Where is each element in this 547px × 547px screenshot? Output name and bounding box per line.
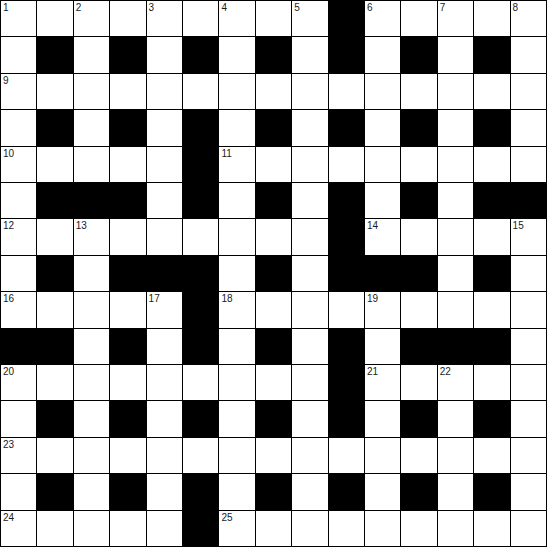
cell-2-11[interactable] [401,74,436,109]
cell-4-5-blocked [183,147,218,182]
cell-10-7[interactable] [256,365,291,400]
clue-number: 19 [367,293,378,304]
cell-1-1-blocked [37,37,72,72]
cell-1-9-blocked [329,37,364,72]
cell-1-4[interactable] [147,37,182,72]
cell-13-4[interactable] [147,474,182,509]
cell-9-8[interactable] [292,329,327,364]
clue-number: 25 [221,512,232,523]
cell-1-11-blocked [401,37,436,72]
cell-11-8[interactable] [292,401,327,436]
cell-13-0[interactable] [1,474,36,509]
clue-number: 12 [3,220,14,231]
cell-4-10[interactable] [365,147,400,182]
cell-5-10[interactable] [365,183,400,218]
cell-4-8[interactable] [292,147,327,182]
cell-0-14[interactable]: 8 [511,1,546,36]
cell-7-0[interactable] [1,256,36,291]
cell-11-7-blocked [256,401,291,436]
cell-2-14[interactable] [511,74,546,109]
cell-10-5[interactable] [183,365,218,400]
cell-10-3[interactable] [110,365,145,400]
cell-12-7[interactable] [256,438,291,473]
cell-9-4[interactable] [147,329,182,364]
cell-4-9[interactable] [329,147,364,182]
cell-14-14[interactable] [511,511,546,546]
cell-13-1-blocked [37,474,72,509]
cell-12-8[interactable] [292,438,327,473]
cell-7-8[interactable] [292,256,327,291]
cell-11-3-blocked [110,401,145,436]
cell-8-4[interactable]: 17 [147,292,182,327]
clue-number: 17 [149,293,160,304]
cell-11-10[interactable] [365,401,400,436]
cell-2-3[interactable] [110,74,145,109]
cell-8-11[interactable] [401,292,436,327]
cell-7-2[interactable] [74,256,109,291]
cell-14-12[interactable] [438,511,473,546]
cell-4-12[interactable] [438,147,473,182]
cell-8-14[interactable] [511,292,546,327]
cell-1-2[interactable] [74,37,109,72]
cell-10-9-blocked [329,365,364,400]
cell-9-5-blocked [183,329,218,364]
cell-10-6[interactable] [219,365,254,400]
cell-2-2[interactable] [74,74,109,109]
clue-number: 9 [3,75,9,86]
cell-12-0[interactable]: 23 [1,438,36,473]
cell-14-5-blocked [183,511,218,546]
cell-12-11[interactable] [401,438,436,473]
cell-9-2[interactable] [74,329,109,364]
cell-6-3[interactable] [110,219,145,254]
clue-number: 13 [76,220,87,231]
cell-10-8[interactable] [292,365,327,400]
cell-14-6[interactable]: 25 [219,511,254,546]
cell-13-5-blocked [183,474,218,509]
cell-11-4[interactable] [147,401,182,436]
cell-14-1[interactable] [37,511,72,546]
cell-8-1[interactable] [37,292,72,327]
cell-5-7-blocked [256,183,291,218]
cell-9-1-blocked [37,329,72,364]
cell-12-14[interactable] [511,438,546,473]
cell-8-8[interactable] [292,292,327,327]
cell-1-3-blocked [110,37,145,72]
clue-number: 3 [149,2,155,13]
cell-0-2[interactable]: 2 [74,1,109,36]
cell-2-8[interactable] [292,74,327,109]
cell-3-3-blocked [110,110,145,145]
cell-0-10[interactable]: 6 [365,1,400,36]
cell-0-7[interactable] [256,1,291,36]
cell-6-7[interactable] [256,219,291,254]
cell-8-3[interactable] [110,292,145,327]
cell-1-5-blocked [183,37,218,72]
cell-2-1[interactable] [37,74,72,109]
cell-11-2[interactable] [74,401,109,436]
cell-3-12[interactable] [438,110,473,145]
cell-2-6[interactable] [219,74,254,109]
cell-8-9[interactable] [329,292,364,327]
cell-14-13[interactable] [474,511,509,546]
cell-11-11-blocked [401,401,436,436]
cell-12-13[interactable] [474,438,509,473]
cell-0-13[interactable] [474,1,509,36]
cell-7-14[interactable] [511,256,546,291]
clue-number: 14 [367,220,378,231]
cell-11-5-blocked [183,401,218,436]
cell-7-10-blocked [365,256,400,291]
cell-10-4[interactable] [147,365,182,400]
clue-number: 5 [294,2,300,13]
cell-1-6[interactable] [219,37,254,72]
cell-3-4[interactable] [147,110,182,145]
cell-12-6[interactable] [219,438,254,473]
cell-6-2[interactable]: 13 [74,219,109,254]
cell-10-1[interactable] [37,365,72,400]
cell-5-11-blocked [401,183,436,218]
cell-9-9-blocked [329,329,364,364]
cell-9-3-blocked [110,329,145,364]
cell-6-5[interactable] [183,219,218,254]
cell-12-2[interactable] [74,438,109,473]
cell-5-5-blocked [183,183,218,218]
cell-0-4[interactable]: 3 [147,1,182,36]
cell-12-3[interactable] [110,438,145,473]
cell-2-13[interactable] [474,74,509,109]
cell-3-6[interactable] [219,110,254,145]
cell-5-0[interactable] [1,183,36,218]
cell-5-13-blocked [474,183,509,218]
cell-6-14[interactable]: 15 [511,219,546,254]
cell-6-1[interactable] [37,219,72,254]
cell-3-0[interactable] [1,110,36,145]
cell-5-6[interactable] [219,183,254,218]
cell-3-10[interactable] [365,110,400,145]
cell-10-2[interactable] [74,365,109,400]
cell-2-4[interactable] [147,74,182,109]
cell-14-11[interactable] [401,511,436,546]
cell-0-3[interactable] [110,1,145,36]
cell-6-6[interactable] [219,219,254,254]
cell-4-0[interactable]: 10 [1,147,36,182]
cell-5-9-blocked [329,183,364,218]
cell-8-7[interactable] [256,292,291,327]
cell-6-10[interactable]: 14 [365,219,400,254]
clue-number: 20 [3,366,14,377]
cell-3-5-blocked [183,110,218,145]
clue-number: 2 [76,2,82,13]
cell-10-12[interactable]: 22 [438,365,473,400]
cell-12-4[interactable] [147,438,182,473]
cell-3-8[interactable] [292,110,327,145]
cell-6-9-blocked [329,219,364,254]
cell-12-5[interactable] [183,438,218,473]
cell-4-7[interactable] [256,147,291,182]
cell-9-14[interactable] [511,329,546,364]
cell-11-6[interactable] [219,401,254,436]
cell-5-3-blocked [110,183,145,218]
cell-11-1-blocked [37,401,72,436]
cell-0-9-blocked [329,1,364,36]
cell-0-8[interactable]: 5 [292,1,327,36]
cell-14-3[interactable] [110,511,145,546]
cell-14-9[interactable] [329,511,364,546]
crossword-grid: 1234567891011121314151617181920212223242… [0,0,547,547]
clue-number: 22 [440,366,451,377]
cell-0-11[interactable] [401,1,436,36]
cell-14-8[interactable] [292,511,327,546]
cell-8-13[interactable] [474,292,509,327]
cell-9-10[interactable] [365,329,400,364]
cell-2-7[interactable] [256,74,291,109]
cell-8-0[interactable]: 16 [1,292,36,327]
cell-4-6[interactable]: 11 [219,147,254,182]
clue-number: 23 [3,439,14,450]
cell-14-2[interactable] [74,511,109,546]
cell-7-1-blocked [37,256,72,291]
cell-13-11-blocked [401,474,436,509]
cell-12-10[interactable] [365,438,400,473]
cell-11-12[interactable] [438,401,473,436]
cell-1-0[interactable] [1,37,36,72]
cell-4-1[interactable] [37,147,72,182]
cell-6-0[interactable]: 12 [1,219,36,254]
clue-number: 10 [3,148,14,159]
cell-4-3[interactable] [110,147,145,182]
cell-5-12[interactable] [438,183,473,218]
cell-13-9-blocked [329,474,364,509]
cell-7-7-blocked [256,256,291,291]
cell-7-12[interactable] [438,256,473,291]
cell-4-13[interactable] [474,147,509,182]
cell-14-4[interactable] [147,511,182,546]
cell-14-0[interactable]: 24 [1,511,36,546]
cell-8-12[interactable] [438,292,473,327]
cell-13-7-blocked [256,474,291,509]
cell-10-10[interactable]: 21 [365,365,400,400]
cell-14-10[interactable] [365,511,400,546]
clue-number: 6 [367,2,373,13]
cell-1-7-blocked [256,37,291,72]
cell-9-11-blocked [401,329,436,364]
cell-2-9[interactable] [329,74,364,109]
cell-6-13[interactable] [474,219,509,254]
clue-number: 18 [221,293,232,304]
cell-9-6[interactable] [219,329,254,364]
cell-11-9-blocked [329,401,364,436]
cell-13-13-blocked [474,474,509,509]
cell-11-13-blocked [474,401,509,436]
cell-0-5[interactable] [183,1,218,36]
cell-1-10[interactable] [365,37,400,72]
cell-2-0[interactable]: 9 [1,74,36,109]
cell-2-12[interactable] [438,74,473,109]
cell-13-12[interactable] [438,474,473,509]
cell-1-12[interactable] [438,37,473,72]
cell-3-1-blocked [37,110,72,145]
cell-7-13-blocked [474,256,509,291]
cell-0-0[interactable]: 1 [1,1,36,36]
cell-2-5[interactable] [183,74,218,109]
cell-13-8[interactable] [292,474,327,509]
cell-12-12[interactable] [438,438,473,473]
clue-number: 24 [3,512,14,523]
clue-number: 1 [3,2,9,13]
cell-13-2[interactable] [74,474,109,509]
cell-6-12[interactable] [438,219,473,254]
cell-5-4[interactable] [147,183,182,218]
cell-5-8[interactable] [292,183,327,218]
cell-1-14[interactable] [511,37,546,72]
cell-2-10[interactable] [365,74,400,109]
cell-4-2[interactable] [74,147,109,182]
cell-7-9-blocked [329,256,364,291]
cell-14-7[interactable] [256,511,291,546]
cell-3-13-blocked [474,110,509,145]
clue-number: 21 [367,366,378,377]
cell-11-0[interactable] [1,401,36,436]
cell-9-13-blocked [474,329,509,364]
clue-number: 8 [513,2,519,13]
cell-6-11[interactable] [401,219,436,254]
cell-1-8[interactable] [292,37,327,72]
cell-5-14-blocked [511,183,546,218]
cell-13-10[interactable] [365,474,400,509]
clue-number: 7 [440,2,446,13]
cell-1-13-blocked [474,37,509,72]
cell-10-14[interactable] [511,365,546,400]
cell-10-13[interactable] [474,365,509,400]
cell-7-4-blocked [147,256,182,291]
clue-number: 16 [3,293,14,304]
cell-4-4[interactable] [147,147,182,182]
cell-3-9-blocked [329,110,364,145]
clue-number: 15 [513,220,524,231]
cell-4-14[interactable] [511,147,546,182]
cell-9-0-blocked [1,329,36,364]
cell-0-1[interactable] [37,1,72,36]
cell-9-12-blocked [438,329,473,364]
cell-8-5-blocked [183,292,218,327]
cell-11-14[interactable] [511,401,546,436]
cell-6-4[interactable] [147,219,182,254]
cell-3-2[interactable] [74,110,109,145]
cell-9-7-blocked [256,329,291,364]
cell-12-1[interactable] [37,438,72,473]
cell-7-5-blocked [183,256,218,291]
cell-13-3-blocked [110,474,145,509]
cell-7-11-blocked [401,256,436,291]
cell-6-8[interactable] [292,219,327,254]
cell-4-11[interactable] [401,147,436,182]
cell-3-14[interactable] [511,110,546,145]
cell-8-6[interactable]: 18 [219,292,254,327]
cell-3-7-blocked [256,110,291,145]
cell-13-14[interactable] [511,474,546,509]
cell-5-2-blocked [74,183,109,218]
cell-12-9[interactable] [329,438,364,473]
cell-0-12[interactable]: 7 [438,1,473,36]
cell-7-3-blocked [110,256,145,291]
cell-5-1-blocked [37,183,72,218]
cell-0-6[interactable]: 4 [219,1,254,36]
clue-number: 11 [221,148,231,159]
clue-number: 4 [221,2,227,13]
cell-8-2[interactable] [74,292,109,327]
cell-3-11-blocked [401,110,436,145]
cell-10-0[interactable]: 20 [1,365,36,400]
cell-13-6[interactable] [219,474,254,509]
cell-10-11[interactable] [401,365,436,400]
cell-7-6[interactable] [219,256,254,291]
cell-8-10[interactable]: 19 [365,292,400,327]
